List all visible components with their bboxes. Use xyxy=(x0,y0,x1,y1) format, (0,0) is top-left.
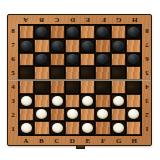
square-a2 xyxy=(19,108,34,122)
square-d8[interactable]: ⛂ xyxy=(65,25,80,39)
rank-label-left-7: 7 xyxy=(8,38,18,52)
white-piece-e3[interactable]: ⛀ xyxy=(82,96,93,106)
file-label-bottom-c: C xyxy=(49,136,65,147)
square-e5[interactable] xyxy=(80,66,95,80)
fold-seam xyxy=(8,79,151,81)
square-b1 xyxy=(34,121,49,135)
rank-label-right-2: 2 xyxy=(142,108,152,122)
square-h4[interactable] xyxy=(126,80,141,94)
checkers-board: ABCDEFGH ABCDEFGH 87654321 87654321 ⛂⛂⛂⛂… xyxy=(7,14,152,146)
square-d4[interactable] xyxy=(65,80,80,94)
file-label-bottom-h: H xyxy=(127,136,143,147)
black-piece-f8[interactable]: ⛂ xyxy=(97,27,108,37)
rank-label-left-2: 2 xyxy=(8,108,18,122)
square-h8[interactable]: ⛂ xyxy=(126,25,141,39)
square-f5 xyxy=(95,66,110,80)
square-g5[interactable] xyxy=(111,66,126,80)
file-label-top-h: H xyxy=(127,15,143,24)
white-piece-c1[interactable]: ⛀ xyxy=(52,123,63,133)
rank-label-right-8: 8 xyxy=(142,24,152,38)
square-h1 xyxy=(126,121,141,135)
square-e6 xyxy=(80,53,95,67)
file-label-top-c: C xyxy=(49,15,65,24)
file-labels-top: ABCDEFGH xyxy=(18,15,142,24)
white-piece-h2[interactable]: ⛀ xyxy=(128,109,139,119)
square-a7[interactable]: ⛂ xyxy=(19,39,34,53)
file-label-top-f: F xyxy=(96,15,112,24)
square-b2[interactable]: ⛀ xyxy=(34,108,49,122)
white-piece-d2[interactable]: ⛀ xyxy=(67,109,78,119)
square-e7[interactable]: ⛂ xyxy=(80,39,95,53)
square-b8[interactable]: ⛂ xyxy=(34,25,49,39)
file-label-top-g: G xyxy=(111,15,127,24)
square-c2 xyxy=(50,108,65,122)
white-piece-a3[interactable]: ⛀ xyxy=(21,96,32,106)
file-label-bottom-g: G xyxy=(111,136,127,147)
square-c3[interactable]: ⛀ xyxy=(50,94,65,108)
board-clasp xyxy=(76,145,85,149)
square-f8[interactable]: ⛂ xyxy=(95,25,110,39)
black-piece-c7[interactable]: ⛂ xyxy=(52,41,63,51)
square-g1[interactable]: ⛀ xyxy=(111,121,126,135)
white-piece-a1[interactable]: ⛀ xyxy=(21,123,32,133)
square-a4 xyxy=(19,80,34,94)
photo-background: ABCDEFGH ABCDEFGH 87654321 87654321 ⛂⛂⛂⛂… xyxy=(0,0,160,160)
black-piece-d8[interactable]: ⛂ xyxy=(67,27,78,37)
square-h3 xyxy=(126,94,141,108)
square-c4 xyxy=(50,80,65,94)
square-f4[interactable] xyxy=(95,80,110,94)
rank-label-left-6: 6 xyxy=(8,52,18,66)
file-label-top-e: E xyxy=(80,15,96,24)
square-d3 xyxy=(65,94,80,108)
square-d7 xyxy=(65,39,80,53)
file-label-bottom-f: F xyxy=(96,136,112,147)
square-c8 xyxy=(50,25,65,39)
rank-label-right-4: 4 xyxy=(142,80,152,94)
white-piece-f2[interactable]: ⛀ xyxy=(97,109,108,119)
black-piece-d6[interactable]: ⛂ xyxy=(67,54,78,64)
square-g7[interactable]: ⛂ xyxy=(111,39,126,53)
square-d2[interactable]: ⛀ xyxy=(65,108,80,122)
square-b6[interactable]: ⛂ xyxy=(34,53,49,67)
square-b4[interactable] xyxy=(34,80,49,94)
square-f3 xyxy=(95,94,110,108)
file-label-bottom-b: B xyxy=(34,136,50,147)
file-label-top-b: B xyxy=(34,15,50,24)
square-c5[interactable] xyxy=(50,66,65,80)
square-h6[interactable]: ⛂ xyxy=(126,53,141,67)
square-e8 xyxy=(80,25,95,39)
rank-label-right-7: 7 xyxy=(142,38,152,52)
square-b3 xyxy=(34,94,49,108)
square-a3[interactable]: ⛀ xyxy=(19,94,34,108)
rank-label-right-5: 5 xyxy=(142,66,152,80)
file-label-bottom-a: A xyxy=(18,136,34,147)
square-a6 xyxy=(19,53,34,67)
white-piece-e1[interactable]: ⛀ xyxy=(82,123,93,133)
black-piece-h8[interactable]: ⛂ xyxy=(128,27,139,37)
black-piece-f6[interactable]: ⛂ xyxy=(97,54,108,64)
white-piece-c3[interactable]: ⛀ xyxy=(52,96,63,106)
square-c1[interactable]: ⛀ xyxy=(50,121,65,135)
square-g8 xyxy=(111,25,126,39)
square-f2[interactable]: ⛀ xyxy=(95,108,110,122)
square-b7 xyxy=(34,39,49,53)
black-piece-a7[interactable]: ⛂ xyxy=(21,41,32,51)
square-d5 xyxy=(65,66,80,80)
square-h5 xyxy=(126,66,141,80)
rank-label-right-1: 1 xyxy=(142,122,152,136)
file-label-top-d: D xyxy=(65,15,81,24)
square-c6 xyxy=(50,53,65,67)
square-a5[interactable] xyxy=(19,66,34,80)
square-f6[interactable]: ⛂ xyxy=(95,53,110,67)
black-piece-h6[interactable]: ⛂ xyxy=(128,54,139,64)
rank-label-left-3: 3 xyxy=(8,94,18,108)
white-piece-g1[interactable]: ⛀ xyxy=(113,123,124,133)
square-d1 xyxy=(65,121,80,135)
square-e2 xyxy=(80,108,95,122)
square-e4 xyxy=(80,80,95,94)
rank-label-left-4: 4 xyxy=(8,80,18,94)
file-label-top-a: A xyxy=(18,15,34,24)
white-piece-b2[interactable]: ⛀ xyxy=(36,109,47,119)
square-h7 xyxy=(126,39,141,53)
square-f7 xyxy=(95,39,110,53)
square-g4 xyxy=(111,80,126,94)
square-h2[interactable]: ⛀ xyxy=(126,108,141,122)
black-piece-e7[interactable]: ⛂ xyxy=(82,41,93,51)
square-g2 xyxy=(111,108,126,122)
square-e3[interactable]: ⛀ xyxy=(80,94,95,108)
black-piece-g7[interactable]: ⛂ xyxy=(113,41,124,51)
square-d6[interactable]: ⛂ xyxy=(65,53,80,67)
square-g3[interactable]: ⛀ xyxy=(111,94,126,108)
black-piece-b8[interactable]: ⛂ xyxy=(36,27,47,37)
rank-label-left-5: 5 xyxy=(8,66,18,80)
square-b5 xyxy=(34,66,49,80)
square-g6 xyxy=(111,53,126,67)
rank-label-left-8: 8 xyxy=(8,24,18,38)
white-piece-g3[interactable]: ⛀ xyxy=(113,96,124,106)
rank-label-right-6: 6 xyxy=(142,52,152,66)
square-a1[interactable]: ⛀ xyxy=(19,121,34,135)
square-f1 xyxy=(95,121,110,135)
rank-label-right-3: 3 xyxy=(142,94,152,108)
square-e1[interactable]: ⛀ xyxy=(80,121,95,135)
black-piece-b6[interactable]: ⛂ xyxy=(36,54,47,64)
square-c7[interactable]: ⛂ xyxy=(50,39,65,53)
square-a8 xyxy=(19,25,34,39)
rank-label-left-1: 1 xyxy=(8,122,18,136)
